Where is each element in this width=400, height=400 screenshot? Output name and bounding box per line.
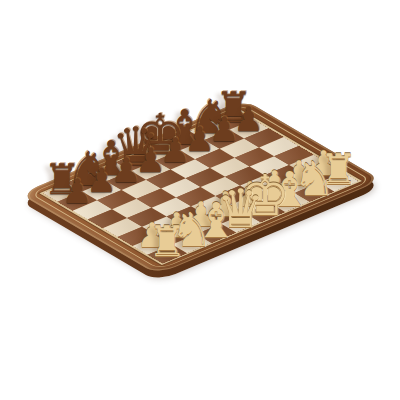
rook-glyph: ♜ bbox=[148, 221, 186, 263]
pawn-glyph: ♟ bbox=[62, 174, 92, 208]
pieces-layer: ♜♞♝♛♚♝♞♜♟♟♟♟♟♟♟♟♟♟♟♟♟♟♟♟♜♞♝♛♚♝♞♜ bbox=[0, 0, 400, 400]
chess-set-photo: ♜♞♝♛♚♝♞♜♟♟♟♟♟♟♟♟♟♟♟♟♟♟♟♟♜♞♝♛♚♝♞♜ bbox=[0, 0, 400, 400]
piece-white-rook-a1[interactable]: ♜ bbox=[148, 221, 186, 263]
piece-black-pawn-a7[interactable]: ♟ bbox=[62, 174, 92, 208]
